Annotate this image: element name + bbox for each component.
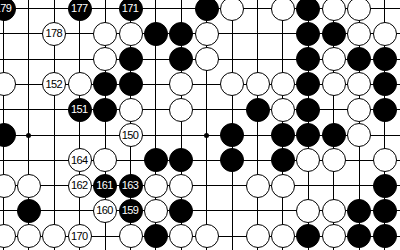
move-number-label: 164 <box>71 155 88 166</box>
white-stone <box>246 174 270 198</box>
move-number-label: 160 <box>96 205 113 216</box>
white-stone <box>68 72 92 96</box>
white-stone <box>169 174 193 198</box>
black-stone <box>296 22 320 46</box>
black-stone: 171 <box>119 0 143 21</box>
grid-line-vertical <box>257 0 258 250</box>
white-stone <box>0 72 16 96</box>
black-stone <box>0 123 16 147</box>
grid-line-horizontal <box>0 185 400 186</box>
white-stone <box>271 98 295 122</box>
black-stone: 163 <box>119 174 143 198</box>
white-stone <box>322 148 346 172</box>
move-number-label: 162 <box>71 180 88 191</box>
black-stone <box>373 47 397 71</box>
black-stone <box>195 0 219 21</box>
move-number-label: 171 <box>122 3 139 14</box>
white-stone <box>93 148 117 172</box>
black-stone: 179 <box>0 0 16 21</box>
white-stone <box>347 72 371 96</box>
white-stone <box>296 148 320 172</box>
white-stone <box>0 224 16 248</box>
white-stone <box>42 224 66 248</box>
black-stone <box>119 47 143 71</box>
white-stone <box>373 22 397 46</box>
white-stone <box>246 224 270 248</box>
move-number-label: 179 <box>0 3 11 14</box>
black-stone: 161 <box>93 174 117 198</box>
white-stone: 150 <box>119 123 143 147</box>
white-stone <box>220 0 244 21</box>
white-stone <box>347 0 371 21</box>
black-stone <box>322 123 346 147</box>
white-stone <box>271 224 295 248</box>
black-stone <box>347 47 371 71</box>
white-stone <box>169 224 193 248</box>
black-stone: 159 <box>119 199 143 223</box>
white-stone <box>271 72 295 96</box>
white-stone <box>347 123 371 147</box>
black-stone <box>296 47 320 71</box>
white-stone <box>119 224 143 248</box>
white-stone <box>322 72 346 96</box>
move-number-label: 152 <box>46 79 63 90</box>
white-stone <box>195 47 219 71</box>
white-stone <box>93 47 117 71</box>
white-stone <box>17 174 41 198</box>
black-stone <box>296 72 320 96</box>
move-number-label: 178 <box>46 28 63 39</box>
black-stone <box>296 98 320 122</box>
white-stone <box>347 22 371 46</box>
star-point <box>204 133 209 138</box>
white-stone <box>347 98 371 122</box>
black-stone <box>144 224 168 248</box>
white-stone <box>220 72 244 96</box>
white-stone: 170 <box>68 224 92 248</box>
black-stone <box>93 72 117 96</box>
white-stone: 178 <box>42 22 66 46</box>
black-stone <box>296 0 320 21</box>
move-number-label: 151 <box>71 104 88 115</box>
black-stone <box>144 22 168 46</box>
move-number-label: 161 <box>96 180 113 191</box>
black-stone <box>144 148 168 172</box>
white-stone <box>169 98 193 122</box>
black-stone <box>220 123 244 147</box>
white-stone: 160 <box>93 199 117 223</box>
black-stone: 151 <box>68 98 92 122</box>
go-board-diagram: 1791771711781521511501641621611631601591… <box>0 0 400 250</box>
black-stone <box>373 174 397 198</box>
white-stone <box>93 22 117 46</box>
white-stone <box>322 224 346 248</box>
white-stone <box>0 174 16 198</box>
black-stone <box>169 47 193 71</box>
white-stone <box>322 0 346 21</box>
grid-line-vertical <box>79 0 80 250</box>
move-number-label: 170 <box>71 231 88 242</box>
white-stone <box>144 174 168 198</box>
white-stone <box>322 199 346 223</box>
black-stone <box>93 98 117 122</box>
grid-line-horizontal <box>0 109 400 110</box>
black-stone <box>169 199 193 223</box>
white-stone: 152 <box>42 72 66 96</box>
white-stone: 162 <box>68 174 92 198</box>
white-stone <box>322 47 346 71</box>
white-stone <box>169 72 193 96</box>
black-stone <box>169 148 193 172</box>
black-stone <box>17 199 41 223</box>
white-stone <box>195 224 219 248</box>
black-stone <box>271 148 295 172</box>
black-stone: 177 <box>68 0 92 21</box>
black-stone <box>296 123 320 147</box>
move-number-label: 150 <box>122 130 139 141</box>
white-stone <box>119 22 143 46</box>
white-stone <box>271 0 295 21</box>
white-stone: 164 <box>68 148 92 172</box>
white-stone <box>296 199 320 223</box>
black-stone <box>373 224 397 248</box>
black-stone <box>373 72 397 96</box>
black-stone <box>271 123 295 147</box>
star-point <box>26 133 31 138</box>
black-stone <box>169 22 193 46</box>
white-stone <box>373 148 397 172</box>
black-stone <box>347 199 371 223</box>
white-stone <box>144 199 168 223</box>
white-stone <box>119 98 143 122</box>
move-number-label: 159 <box>122 205 139 216</box>
black-stone <box>373 98 397 122</box>
black-stone <box>347 224 371 248</box>
black-stone <box>296 224 320 248</box>
black-stone <box>246 98 270 122</box>
move-number-label: 163 <box>122 180 139 191</box>
black-stone <box>322 22 346 46</box>
black-stone <box>220 148 244 172</box>
white-stone <box>271 174 295 198</box>
white-stone <box>195 22 219 46</box>
white-stone <box>17 224 41 248</box>
white-stone <box>246 72 270 96</box>
move-number-label: 177 <box>71 3 88 14</box>
black-stone <box>373 199 397 223</box>
black-stone <box>119 72 143 96</box>
